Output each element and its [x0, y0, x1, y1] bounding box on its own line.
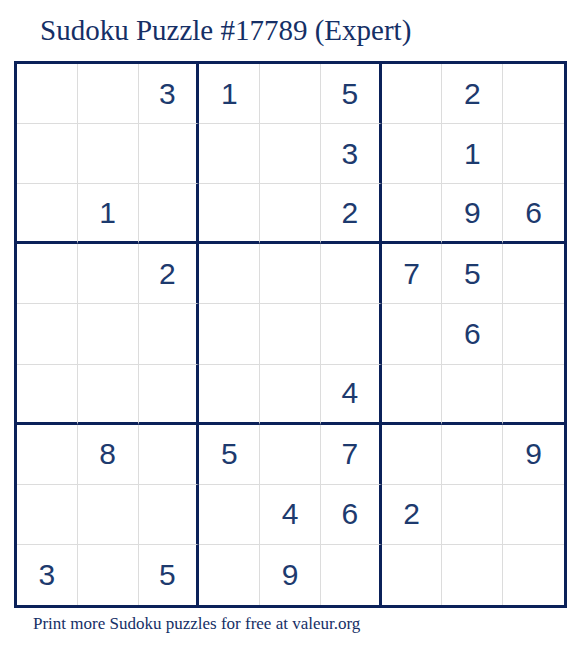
sudoku-cell-given: 3: [321, 124, 382, 184]
sudoku-cell-empty: [78, 64, 139, 124]
sudoku-cell-given: 1: [78, 184, 139, 244]
sudoku-cell-given: 9: [260, 545, 321, 605]
sudoku-cell-empty: [382, 124, 443, 184]
sudoku-cell-given: 7: [382, 244, 443, 304]
sudoku-cell-empty: [78, 365, 139, 425]
sudoku-cell-empty: [199, 184, 260, 244]
sudoku-cell-given: 5: [321, 64, 382, 124]
sudoku-cell-given: 7: [321, 425, 382, 485]
sudoku-cell-given: 2: [139, 244, 200, 304]
sudoku-cell-empty: [199, 304, 260, 364]
sudoku-cell-given: 2: [382, 485, 443, 545]
sudoku-cell-empty: [199, 124, 260, 184]
sudoku-cell-empty: [78, 244, 139, 304]
sudoku-cell-empty: [17, 124, 78, 184]
sudoku-cell-empty: [78, 545, 139, 605]
sudoku-cell-empty: [382, 304, 443, 364]
sudoku-cell-empty: [382, 184, 443, 244]
sudoku-grid: 3152311296275648579462359: [14, 61, 567, 608]
sudoku-cell-empty: [17, 244, 78, 304]
sudoku-cell-given: 9: [503, 425, 564, 485]
page: { "page": { "title": "Sudoku Puzzle #177…: [0, 0, 580, 651]
sudoku-cell-given: 6: [321, 485, 382, 545]
sudoku-cell-empty: [199, 545, 260, 605]
sudoku-cell-empty: [503, 304, 564, 364]
sudoku-cell-given: 4: [321, 365, 382, 425]
sudoku-cell-empty: [382, 425, 443, 485]
sudoku-cell-empty: [139, 365, 200, 425]
sudoku-cell-empty: [260, 124, 321, 184]
sudoku-cell-empty: [382, 64, 443, 124]
sudoku-cell-empty: [139, 124, 200, 184]
sudoku-cell-given: 5: [139, 545, 200, 605]
sudoku-cell-empty: [78, 485, 139, 545]
sudoku-cell-empty: [260, 304, 321, 364]
sudoku-cell-given: 9: [442, 184, 503, 244]
sudoku-cell-empty: [503, 64, 564, 124]
sudoku-cell-given: 2: [442, 64, 503, 124]
sudoku-cell-empty: [17, 184, 78, 244]
sudoku-cell-empty: [260, 184, 321, 244]
sudoku-cell-empty: [260, 244, 321, 304]
sudoku-cell-empty: [199, 485, 260, 545]
sudoku-cell-empty: [503, 545, 564, 605]
sudoku-cell-empty: [503, 485, 564, 545]
sudoku-cell-empty: [382, 545, 443, 605]
sudoku-cell-empty: [260, 64, 321, 124]
sudoku-cell-empty: [199, 244, 260, 304]
page-title: Sudoku Puzzle #17789 (Expert): [40, 13, 411, 47]
sudoku-cell-empty: [442, 545, 503, 605]
sudoku-cell-empty: [139, 485, 200, 545]
sudoku-cell-empty: [260, 365, 321, 425]
footer-text: Print more Sudoku puzzles for free at va…: [33, 613, 360, 635]
sudoku-cell-empty: [199, 365, 260, 425]
sudoku-cell-empty: [17, 365, 78, 425]
sudoku-cell-given: 1: [199, 64, 260, 124]
sudoku-cell-empty: [78, 124, 139, 184]
sudoku-cell-given: 6: [442, 304, 503, 364]
sudoku-cell-empty: [503, 365, 564, 425]
sudoku-cell-given: 2: [321, 184, 382, 244]
sudoku-cell-given: 8: [78, 425, 139, 485]
sudoku-cell-empty: [442, 485, 503, 545]
sudoku-cell-empty: [17, 64, 78, 124]
sudoku-cell-empty: [382, 365, 443, 425]
sudoku-cell-empty: [503, 124, 564, 184]
sudoku-cell-empty: [17, 304, 78, 364]
sudoku-cell-empty: [139, 425, 200, 485]
sudoku-cell-empty: [139, 184, 200, 244]
sudoku-cell-given: 1: [442, 124, 503, 184]
sudoku-cell-empty: [17, 485, 78, 545]
sudoku-cell-empty: [17, 425, 78, 485]
sudoku-cell-empty: [442, 365, 503, 425]
sudoku-cell-given: 3: [17, 545, 78, 605]
sudoku-cell-empty: [321, 244, 382, 304]
sudoku-cell-given: 4: [260, 485, 321, 545]
sudoku-cell-given: 5: [199, 425, 260, 485]
sudoku-cell-empty: [442, 425, 503, 485]
sudoku-cell-given: 5: [442, 244, 503, 304]
sudoku-cell-empty: [503, 244, 564, 304]
sudoku-cell-empty: [78, 304, 139, 364]
sudoku-cell-given: 6: [503, 184, 564, 244]
sudoku-cell-given: 3: [139, 64, 200, 124]
sudoku-cell-empty: [260, 425, 321, 485]
sudoku-cell-empty: [321, 304, 382, 364]
sudoku-cell-empty: [139, 304, 200, 364]
sudoku-cell-empty: [321, 545, 382, 605]
